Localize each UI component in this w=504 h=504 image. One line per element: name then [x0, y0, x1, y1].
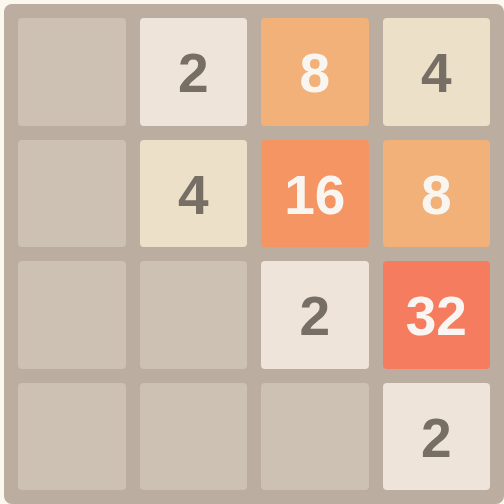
tile-4-r2c2: 4 — [140, 140, 248, 248]
empty-cell-r3c2 — [140, 261, 248, 369]
tile-2-r1c2: 2 — [140, 18, 248, 126]
empty-cell-r2c1 — [18, 140, 126, 248]
empty-cell-r4c3 — [261, 383, 369, 491]
tile-8-r2c4: 8 — [383, 140, 491, 248]
tile-16-r2c3: 16 — [261, 140, 369, 248]
tile-8-r1c3: 8 — [261, 18, 369, 126]
empty-cell-r3c1 — [18, 261, 126, 369]
2048-board[interactable]: 28441682322 — [4, 4, 504, 504]
tile-32-r3c4: 32 — [383, 261, 491, 369]
empty-cell-r4c2 — [140, 383, 248, 491]
empty-cell-r1c1 — [18, 18, 126, 126]
empty-cell-r4c1 — [18, 383, 126, 491]
tile-2-r3c3: 2 — [261, 261, 369, 369]
tile-4-r1c4: 4 — [383, 18, 491, 126]
tile-2-r4c4: 2 — [383, 383, 491, 491]
